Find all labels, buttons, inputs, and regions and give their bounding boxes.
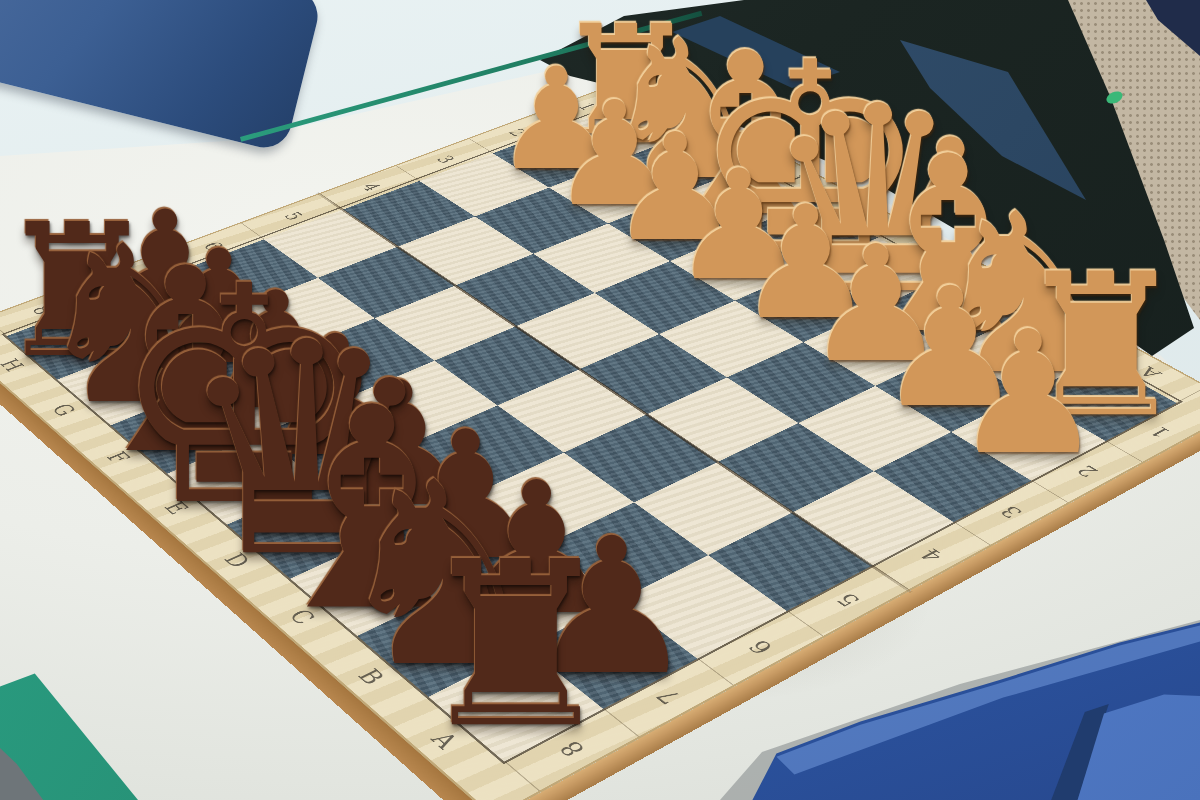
white-pawn-a2[interactable]: ♟ bbox=[952, 309, 1104, 479]
photo-scene: ABCDEFGH8877665544332211ABCDEFGH ♜♞♝♛♚♝♞… bbox=[0, 0, 1200, 800]
black-rook-a8[interactable]: ♜ bbox=[414, 532, 618, 759]
